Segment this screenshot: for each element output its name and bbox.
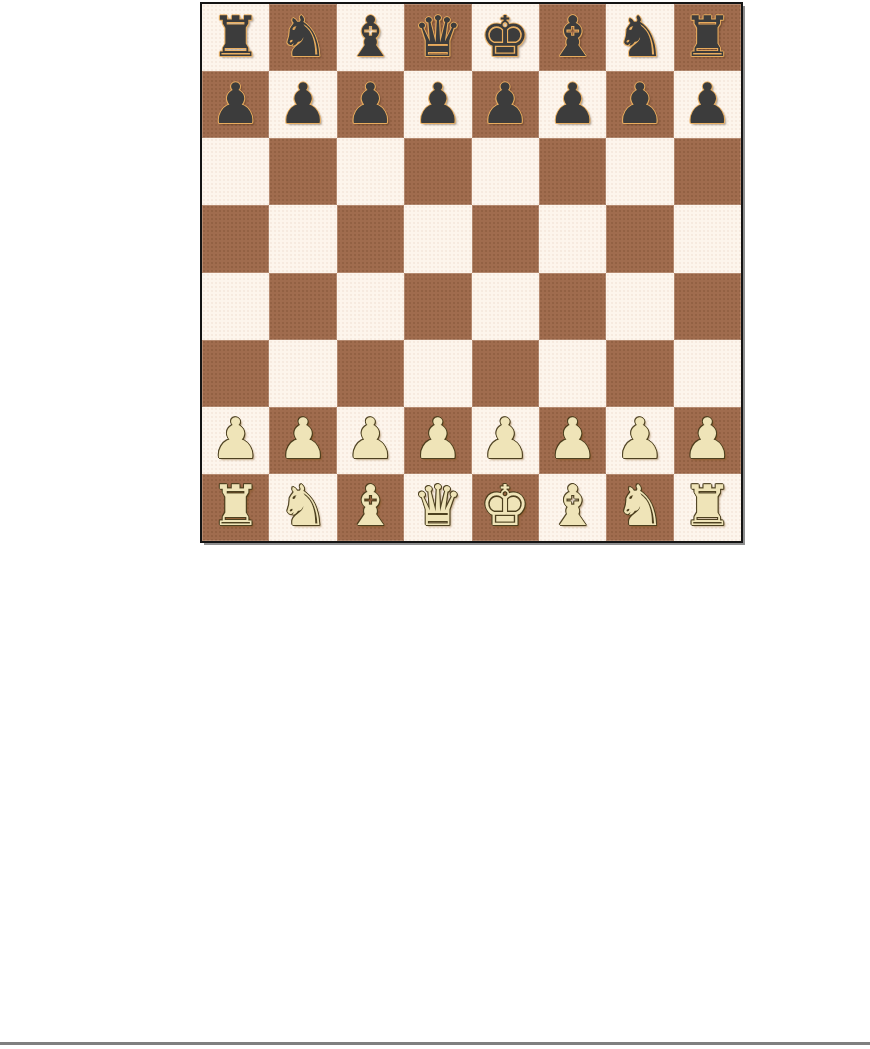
page-divider-line xyxy=(0,1042,870,1045)
square-g4[interactable] xyxy=(606,273,673,340)
square-h6[interactable] xyxy=(674,138,741,205)
piece-black-pawn-e7[interactable]: ♟ xyxy=(480,76,530,132)
piece-white-king-e1[interactable]: ♚ xyxy=(480,478,530,534)
square-b3[interactable] xyxy=(269,340,336,407)
square-e2[interactable]: ♟ xyxy=(472,407,539,474)
square-h1[interactable]: ♜ xyxy=(674,474,741,541)
square-e3[interactable] xyxy=(472,340,539,407)
square-e1[interactable]: ♚ xyxy=(472,474,539,541)
piece-black-rook-h8[interactable]: ♜ xyxy=(682,9,732,65)
square-b7[interactable]: ♟ xyxy=(269,71,336,138)
square-d4[interactable] xyxy=(404,273,471,340)
piece-black-bishop-f8[interactable]: ♝ xyxy=(547,9,597,65)
piece-black-bishop-c8[interactable]: ♝ xyxy=(345,9,395,65)
piece-white-knight-b1[interactable]: ♞ xyxy=(278,478,328,534)
piece-white-pawn-c2[interactable]: ♟ xyxy=(345,411,395,467)
piece-white-pawn-d2[interactable]: ♟ xyxy=(413,411,463,467)
square-f7[interactable]: ♟ xyxy=(539,71,606,138)
square-c1[interactable]: ♝ xyxy=(337,474,404,541)
square-f3[interactable] xyxy=(539,340,606,407)
piece-black-king-e8[interactable]: ♚ xyxy=(480,9,530,65)
square-c5[interactable] xyxy=(337,205,404,272)
piece-white-rook-a1[interactable]: ♜ xyxy=(211,478,261,534)
square-c7[interactable]: ♟ xyxy=(337,71,404,138)
square-a6[interactable] xyxy=(202,138,269,205)
square-d5[interactable] xyxy=(404,205,471,272)
piece-black-pawn-a7[interactable]: ♟ xyxy=(211,76,261,132)
piece-black-pawn-b7[interactable]: ♟ xyxy=(278,76,328,132)
piece-white-pawn-a2[interactable]: ♟ xyxy=(211,411,261,467)
square-c3[interactable] xyxy=(337,340,404,407)
square-b1[interactable]: ♞ xyxy=(269,474,336,541)
square-a5[interactable] xyxy=(202,205,269,272)
square-e8[interactable]: ♚ xyxy=(472,4,539,71)
square-e4[interactable] xyxy=(472,273,539,340)
piece-black-pawn-g7[interactable]: ♟ xyxy=(615,76,665,132)
piece-white-pawn-e2[interactable]: ♟ xyxy=(480,411,530,467)
square-g3[interactable] xyxy=(606,340,673,407)
square-f6[interactable] xyxy=(539,138,606,205)
piece-black-knight-b8[interactable]: ♞ xyxy=(278,9,328,65)
piece-black-pawn-f7[interactable]: ♟ xyxy=(547,76,597,132)
square-h2[interactable]: ♟ xyxy=(674,407,741,474)
square-b5[interactable] xyxy=(269,205,336,272)
square-h5[interactable] xyxy=(674,205,741,272)
piece-white-pawn-b2[interactable]: ♟ xyxy=(278,411,328,467)
square-b2[interactable]: ♟ xyxy=(269,407,336,474)
square-d6[interactable] xyxy=(404,138,471,205)
piece-black-knight-g8[interactable]: ♞ xyxy=(615,9,665,65)
piece-black-pawn-d7[interactable]: ♟ xyxy=(413,76,463,132)
square-a7[interactable]: ♟ xyxy=(202,71,269,138)
square-d2[interactable]: ♟ xyxy=(404,407,471,474)
square-e7[interactable]: ♟ xyxy=(472,71,539,138)
piece-white-bishop-f1[interactable]: ♝ xyxy=(547,478,597,534)
square-d7[interactable]: ♟ xyxy=(404,71,471,138)
piece-white-bishop-c1[interactable]: ♝ xyxy=(345,478,395,534)
piece-white-queen-d1[interactable]: ♛ xyxy=(413,478,463,534)
square-g1[interactable]: ♞ xyxy=(606,474,673,541)
square-c6[interactable] xyxy=(337,138,404,205)
piece-white-rook-h1[interactable]: ♜ xyxy=(682,478,732,534)
square-e6[interactable] xyxy=(472,138,539,205)
square-a4[interactable] xyxy=(202,273,269,340)
square-h8[interactable]: ♜ xyxy=(674,4,741,71)
piece-black-pawn-c7[interactable]: ♟ xyxy=(345,76,395,132)
square-f5[interactable] xyxy=(539,205,606,272)
square-b6[interactable] xyxy=(269,138,336,205)
square-f2[interactable]: ♟ xyxy=(539,407,606,474)
square-b8[interactable]: ♞ xyxy=(269,4,336,71)
square-a2[interactable]: ♟ xyxy=(202,407,269,474)
piece-white-pawn-h2[interactable]: ♟ xyxy=(682,411,732,467)
piece-black-queen-d8[interactable]: ♛ xyxy=(413,9,463,65)
square-g5[interactable] xyxy=(606,205,673,272)
square-g6[interactable] xyxy=(606,138,673,205)
square-e5[interactable] xyxy=(472,205,539,272)
square-c4[interactable] xyxy=(337,273,404,340)
piece-black-rook-a8[interactable]: ♜ xyxy=(211,9,261,65)
square-g2[interactable]: ♟ xyxy=(606,407,673,474)
chess-board: ♜♞♝♛♚♝♞♜♟♟♟♟♟♟♟♟♟♟♟♟♟♟♟♟♜♞♝♛♚♝♞♜ xyxy=(200,2,743,543)
square-f8[interactable]: ♝ xyxy=(539,4,606,71)
square-h7[interactable]: ♟ xyxy=(674,71,741,138)
square-h4[interactable] xyxy=(674,273,741,340)
square-d1[interactable]: ♛ xyxy=(404,474,471,541)
piece-white-pawn-g2[interactable]: ♟ xyxy=(615,411,665,467)
square-g7[interactable]: ♟ xyxy=(606,71,673,138)
square-f4[interactable] xyxy=(539,273,606,340)
square-d8[interactable]: ♛ xyxy=(404,4,471,71)
piece-white-knight-g1[interactable]: ♞ xyxy=(615,478,665,534)
square-b4[interactable] xyxy=(269,273,336,340)
square-h3[interactable] xyxy=(674,340,741,407)
square-c8[interactable]: ♝ xyxy=(337,4,404,71)
square-d3[interactable] xyxy=(404,340,471,407)
square-g8[interactable]: ♞ xyxy=(606,4,673,71)
square-a8[interactable]: ♜ xyxy=(202,4,269,71)
square-a3[interactable] xyxy=(202,340,269,407)
square-f1[interactable]: ♝ xyxy=(539,474,606,541)
square-c2[interactable]: ♟ xyxy=(337,407,404,474)
square-a1[interactable]: ♜ xyxy=(202,474,269,541)
piece-white-pawn-f2[interactable]: ♟ xyxy=(547,411,597,467)
piece-black-pawn-h7[interactable]: ♟ xyxy=(682,76,732,132)
